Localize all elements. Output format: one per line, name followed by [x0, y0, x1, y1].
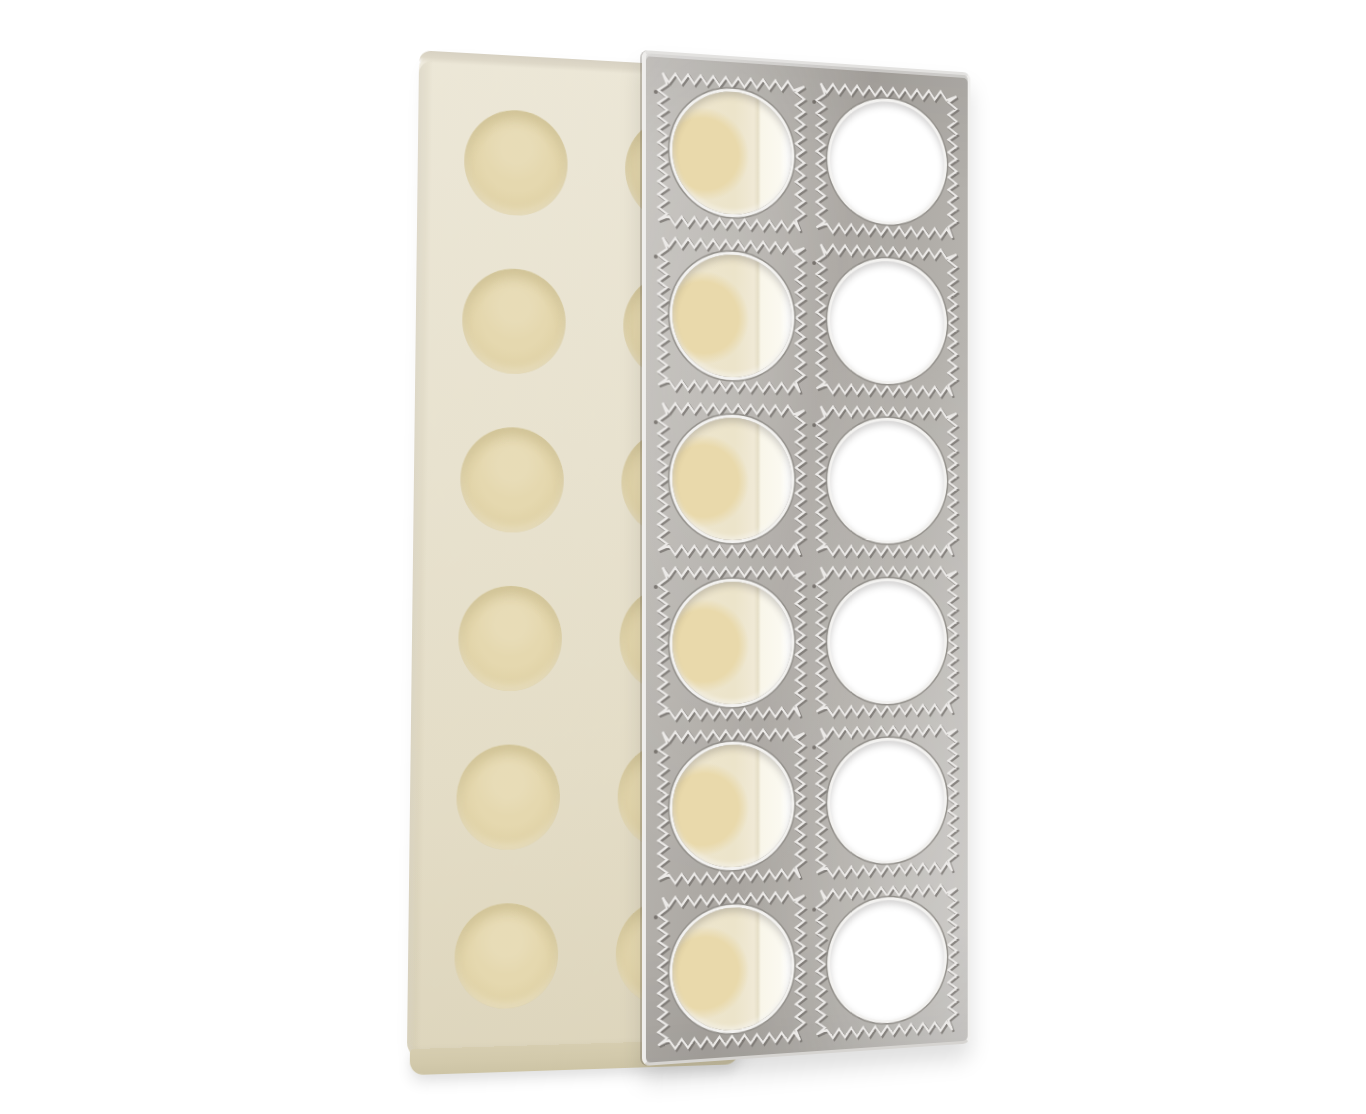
plate-cell-r2c2	[810, 238, 962, 403]
tray-dimple	[456, 744, 561, 850]
stamp-mark-dot	[812, 423, 816, 427]
tray-dimple-column-left	[451, 81, 572, 1037]
plate-hole-r3c1-tray-backed	[672, 417, 791, 541]
stamp-mark-dot	[654, 420, 658, 424]
plate-cell-r5c1	[652, 722, 811, 891]
plate-hole-r4c2-open	[830, 581, 944, 702]
plate-cell-r4c1	[652, 561, 811, 726]
stamp-mark-dot	[654, 585, 658, 589]
plate-hole-r3c2-open	[830, 420, 944, 541]
tray-dimple	[460, 426, 565, 533]
plate-hole-grid	[652, 66, 962, 1057]
plate-hole-r4c1-tray-backed	[672, 581, 791, 705]
tray-dimple	[462, 267, 567, 375]
product-photo-scene	[0, 0, 1366, 1114]
tray-dimple	[464, 108, 569, 218]
plate-cell-r1c2	[810, 76, 962, 244]
metal-ravioli-plate	[642, 50, 970, 1066]
tray-dimple	[454, 902, 559, 1010]
stamp-mark-dot	[812, 584, 816, 588]
plate-cell-r6c2	[810, 877, 962, 1045]
plate-cell-r3c2	[810, 399, 962, 561]
stamp-mark-dot	[654, 915, 658, 919]
tray-dimple	[458, 585, 563, 691]
stamp-mark-dot	[812, 907, 816, 911]
stamp-mark-dot	[654, 90, 658, 94]
plate-cell-r2c1	[652, 231, 811, 400]
plate-cell-r4c2	[810, 561, 962, 723]
plate-cell-r6c1	[652, 884, 811, 1056]
stamp-mark-dot	[812, 100, 816, 104]
plate-cell-r5c2	[810, 719, 962, 884]
plate-cell-r1c1	[652, 66, 811, 238]
plate-cell-r3c1	[652, 396, 811, 561]
